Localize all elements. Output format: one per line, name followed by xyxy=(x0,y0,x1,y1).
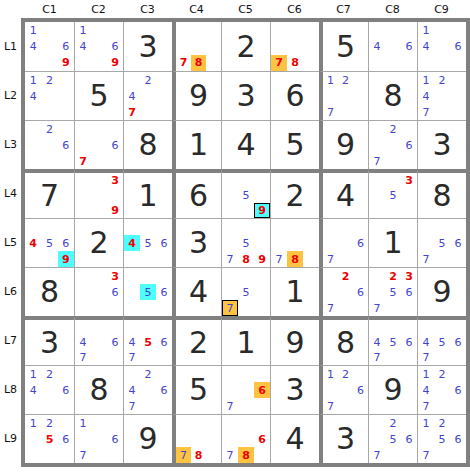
candidate-4: 4 xyxy=(25,235,41,251)
candidate-empty xyxy=(353,366,368,382)
candidate-empty xyxy=(140,320,156,335)
cell-L8C3[interactable]: 2467 xyxy=(123,365,172,414)
candidate-empty xyxy=(140,88,156,104)
cell-L5C5[interactable]: 5789 xyxy=(221,218,270,267)
row-labels: L1L2L3L4L5L6L7L8L9 xyxy=(0,18,21,467)
candidate-4: 4 xyxy=(418,38,434,54)
cell-L7C1[interactable]: 3 xyxy=(25,316,74,365)
candidate-grid: 23567 xyxy=(369,268,417,316)
cell-value: 3 xyxy=(189,228,208,258)
candidate-empty xyxy=(25,137,41,153)
column-label-C4: C4 xyxy=(172,3,221,16)
cell-L2C1[interactable]: 124 xyxy=(25,71,74,120)
cell-L4C4[interactable]: 6 xyxy=(172,169,221,218)
cell-L5C3[interactable]: 456 xyxy=(123,218,172,267)
candidate-empty xyxy=(450,88,466,104)
candidate-empty xyxy=(254,447,270,463)
candidate-6: 6 xyxy=(156,335,172,350)
cell-value: 3 xyxy=(336,424,355,454)
cell-value: 3 xyxy=(285,375,304,405)
candidate-6: 6 xyxy=(353,235,368,251)
candidate-grid: 4569 xyxy=(25,219,74,267)
cell-L4C3[interactable]: 1 xyxy=(123,169,172,218)
candidate-empty xyxy=(41,38,57,54)
cell-L2C6[interactable]: 6 xyxy=(270,71,319,120)
cell-L7C2[interactable]: 467 xyxy=(74,316,123,365)
candidate-2: 2 xyxy=(41,415,57,431)
cell-L8C9[interactable]: 12467 xyxy=(417,365,466,414)
cell-value: 9 xyxy=(432,277,451,307)
candidate-empty xyxy=(254,219,270,235)
candidate-empty xyxy=(450,104,466,120)
cell-L4C2[interactable]: 39 xyxy=(74,169,123,218)
candidate-empty xyxy=(303,235,319,251)
candidate-empty xyxy=(287,235,303,251)
cell-value: 6 xyxy=(189,181,208,211)
candidate-grid: 1267 xyxy=(323,366,368,414)
candidate-empty xyxy=(271,219,287,235)
candidate-empty xyxy=(124,284,140,300)
candidate-empty xyxy=(222,219,238,235)
candidate-empty xyxy=(338,398,353,414)
candidate-empty xyxy=(434,55,450,71)
candidate-7: 7 xyxy=(418,398,434,414)
cell-value: 1 xyxy=(236,328,255,358)
cell-L7C3[interactable]: 4567 xyxy=(123,316,172,365)
candidate-empty xyxy=(25,431,41,447)
candidate-empty xyxy=(238,300,254,316)
cell-value: 4 xyxy=(285,424,304,454)
cell-L1C9[interactable]: 146 xyxy=(417,22,466,71)
candidate-7: 7 xyxy=(323,251,338,267)
cell-L3C9[interactable]: 3 xyxy=(417,120,466,169)
cell-L5C4[interactable]: 3 xyxy=(172,218,221,267)
cell-value: 5 xyxy=(89,81,108,111)
candidate-empty xyxy=(303,22,319,38)
candidate-1: 1 xyxy=(75,22,91,38)
candidate-empty xyxy=(75,55,91,71)
candidate-empty xyxy=(156,320,172,335)
candidate-empty xyxy=(353,268,368,284)
cell-L6C8[interactable]: 23567 xyxy=(368,267,417,316)
cell-L6C5[interactable]: 57 xyxy=(221,267,270,316)
candidate-empty xyxy=(25,55,41,71)
cell-L2C4[interactable]: 9 xyxy=(172,71,221,120)
candidate-empty xyxy=(353,104,368,120)
candidate-empty xyxy=(369,203,385,218)
cell-L5C6[interactable]: 78 xyxy=(270,218,319,267)
candidate-empty xyxy=(238,398,254,414)
candidate-6: 6 xyxy=(450,235,466,251)
candidate-grid: 1247 xyxy=(418,72,466,120)
cell-L8C7[interactable]: 1267 xyxy=(319,365,368,414)
candidate-empty xyxy=(58,88,74,104)
column-label-C9: C9 xyxy=(417,3,466,16)
candidate-empty xyxy=(222,235,238,251)
candidate-4: 4 xyxy=(418,335,434,350)
cell-L4C7[interactable]: 4 xyxy=(319,169,368,218)
candidate-empty xyxy=(191,415,206,431)
candidate-9: 9 xyxy=(58,251,74,267)
candidate-1: 1 xyxy=(323,366,338,382)
candidate-empty xyxy=(58,398,74,414)
cell-L9C1[interactable]: 1256 xyxy=(25,414,74,463)
candidate-empty xyxy=(450,22,466,38)
cell-value: 8 xyxy=(138,130,157,160)
cell-L5C9[interactable]: 567 xyxy=(417,218,466,267)
candidate-empty xyxy=(254,235,270,251)
candidate-empty xyxy=(254,366,270,382)
cell-L2C9[interactable]: 1247 xyxy=(417,71,466,120)
candidate-empty xyxy=(75,121,91,137)
candidate-grid: 1256 xyxy=(25,415,74,463)
candidate-empty xyxy=(369,415,385,431)
candidate-5: 5 xyxy=(140,284,156,300)
cell-L9C3[interactable]: 9 xyxy=(123,414,172,463)
cell-L6C3[interactable]: 56 xyxy=(123,267,172,316)
candidate-5: 5 xyxy=(140,335,156,350)
row-label-L6: L6 xyxy=(4,267,17,316)
cell-L3C7[interactable]: 9 xyxy=(319,120,368,169)
candidate-empty xyxy=(222,382,238,398)
corner-spacer xyxy=(0,0,21,18)
candidate-4: 4 xyxy=(418,88,434,104)
candidate-empty xyxy=(287,38,303,54)
candidate-empty xyxy=(140,300,156,316)
candidate-empty xyxy=(75,203,91,218)
candidate-7: 7 xyxy=(323,300,338,316)
candidate-empty xyxy=(338,251,353,267)
candidate-4: 4 xyxy=(75,38,91,54)
cell-L8C1[interactable]: 1246 xyxy=(25,365,74,414)
candidate-empty xyxy=(206,447,221,463)
cell-value: 2 xyxy=(89,228,108,258)
candidate-empty xyxy=(176,415,191,431)
cell-L3C6[interactable]: 5 xyxy=(270,120,319,169)
candidate-grid: 4567 xyxy=(369,320,417,365)
candidate-empty xyxy=(124,320,140,335)
cell-value: 2 xyxy=(285,181,304,211)
candidate-empty xyxy=(271,235,287,251)
candidate-empty xyxy=(238,415,254,431)
cell-L9C4[interactable]: 78 xyxy=(172,414,221,463)
candidate-empty xyxy=(107,320,123,335)
cell-value: 9 xyxy=(285,328,304,358)
candidate-6: 6 xyxy=(254,382,270,398)
cell-L5C8[interactable]: 1 xyxy=(368,218,417,267)
cell-value: 1 xyxy=(285,277,304,307)
candidate-empty xyxy=(353,88,368,104)
candidate-empty xyxy=(91,284,107,300)
cell-L4C8[interactable]: 35 xyxy=(368,169,417,218)
cell-L9C8[interactable]: 2567 xyxy=(368,414,417,463)
cell-L9C6[interactable]: 4 xyxy=(270,414,319,463)
cell-L3C8[interactable]: 267 xyxy=(368,120,417,169)
candidate-empty xyxy=(323,235,338,251)
cell-L8C6[interactable]: 3 xyxy=(270,365,319,414)
candidate-empty xyxy=(353,219,368,235)
cell-L2C8[interactable]: 8 xyxy=(368,71,417,120)
cell-L7C7[interactable]: 8 xyxy=(319,316,368,365)
sudoku-app: C1C2C3C4C5C6C7C8C9 L1L2L3L4L5L6L7L8L9 14… xyxy=(0,0,470,467)
candidate-empty xyxy=(401,188,417,203)
candidate-empty xyxy=(124,366,140,382)
candidate-empty xyxy=(124,251,140,267)
cell-value: 5 xyxy=(336,32,355,62)
cell-L8C4[interactable]: 5 xyxy=(172,365,221,414)
candidate-2: 2 xyxy=(385,268,401,284)
candidate-empty xyxy=(222,431,238,447)
candidate-empty xyxy=(338,300,353,316)
candidate-empty xyxy=(75,431,91,447)
candidate-grid: 56 xyxy=(124,268,172,316)
candidate-empty xyxy=(434,447,450,463)
candidate-grid: 2567 xyxy=(369,415,417,463)
candidate-empty xyxy=(140,268,156,284)
cell-L1C2[interactable]: 1469 xyxy=(74,22,123,71)
candidate-2: 2 xyxy=(338,366,353,382)
column-label-C5: C5 xyxy=(221,3,270,16)
candidate-empty xyxy=(303,55,319,71)
cell-L6C6[interactable]: 1 xyxy=(270,267,319,316)
cell-L4C6[interactable]: 2 xyxy=(270,169,319,218)
candidate-grid: 1246 xyxy=(25,366,74,414)
candidate-2: 2 xyxy=(140,72,156,88)
candidate-empty xyxy=(206,55,221,71)
cell-L1C7[interactable]: 5 xyxy=(319,22,368,71)
column-label-C2: C2 xyxy=(74,3,123,16)
cell-L3C4[interactable]: 1 xyxy=(172,120,221,169)
candidate-empty xyxy=(91,153,107,169)
candidate-empty xyxy=(450,55,466,71)
candidate-empty xyxy=(124,300,140,316)
candidate-1: 1 xyxy=(25,366,41,382)
candidate-5: 5 xyxy=(238,284,254,300)
candidate-7: 7 xyxy=(75,350,91,365)
row-label-L3: L3 xyxy=(4,120,17,169)
candidate-empty xyxy=(222,415,238,431)
candidate-empty xyxy=(91,431,107,447)
cell-value: 8 xyxy=(89,375,108,405)
cell-L6C1[interactable]: 8 xyxy=(25,267,74,316)
cell-L1C8[interactable]: 46 xyxy=(368,22,417,71)
candidate-empty xyxy=(238,268,254,284)
candidate-2: 2 xyxy=(338,72,353,88)
candidate-empty xyxy=(238,366,254,382)
cell-L7C5[interactable]: 1 xyxy=(221,316,270,365)
candidate-empty xyxy=(434,22,450,38)
candidate-6: 6 xyxy=(450,431,466,447)
candidate-empty xyxy=(156,300,172,316)
candidate-empty xyxy=(369,320,385,335)
candidate-empty xyxy=(254,268,270,284)
cell-value: 9 xyxy=(189,81,208,111)
candidate-grid: 567 xyxy=(418,219,466,267)
cell-value: 7 xyxy=(40,181,59,211)
cell-L8C2[interactable]: 8 xyxy=(74,365,123,414)
cell-L2C7[interactable]: 127 xyxy=(319,71,368,120)
candidate-3: 3 xyxy=(107,173,123,188)
cell-L5C7[interactable]: 67 xyxy=(319,218,368,267)
candidate-1: 1 xyxy=(418,72,434,88)
candidate-4: 4 xyxy=(369,38,385,54)
sudoku-board: 1469146937827854614612452479361278124726… xyxy=(21,18,470,467)
candidate-5: 5 xyxy=(434,431,450,447)
candidate-empty xyxy=(206,38,221,54)
cell-L6C9[interactable]: 9 xyxy=(417,267,466,316)
cell-L4C9[interactable]: 8 xyxy=(417,169,466,218)
candidate-empty xyxy=(323,268,338,284)
cell-L1C3[interactable]: 3 xyxy=(123,22,172,71)
candidate-empty xyxy=(91,268,107,284)
cell-L7C8[interactable]: 4567 xyxy=(368,316,417,365)
cell-L9C2[interactable]: 167 xyxy=(74,414,123,463)
candidate-empty xyxy=(191,38,206,54)
cell-L6C4[interactable]: 4 xyxy=(172,267,221,316)
candidate-empty xyxy=(450,350,466,365)
candidate-4: 4 xyxy=(25,382,41,398)
cell-value: 8 xyxy=(336,328,355,358)
candidate-2: 2 xyxy=(385,415,401,431)
cell-value: 1 xyxy=(383,228,402,258)
cell-L1C6[interactable]: 78 xyxy=(270,22,319,71)
candidate-empty xyxy=(222,284,238,300)
candidate-8: 8 xyxy=(238,447,254,463)
candidate-4: 4 xyxy=(124,335,140,350)
candidate-7: 7 xyxy=(75,447,91,463)
candidate-6: 6 xyxy=(58,431,74,447)
cell-L2C5[interactable]: 3 xyxy=(221,71,270,120)
candidate-6: 6 xyxy=(401,137,417,153)
candidate-empty xyxy=(124,219,140,235)
candidate-empty xyxy=(338,382,353,398)
candidate-grid: 146 xyxy=(418,22,466,71)
candidate-empty xyxy=(156,251,172,267)
candidate-empty xyxy=(41,251,57,267)
candidate-grid: 36 xyxy=(75,268,123,316)
candidate-5: 5 xyxy=(434,235,450,251)
candidate-6: 6 xyxy=(58,235,74,251)
cell-L5C2[interactable]: 2 xyxy=(74,218,123,267)
candidate-1: 1 xyxy=(25,415,41,431)
cell-L6C7[interactable]: 267 xyxy=(319,267,368,316)
candidate-6: 6 xyxy=(401,335,417,350)
cell-L1C5[interactable]: 2 xyxy=(221,22,270,71)
candidate-1: 1 xyxy=(75,415,91,431)
cell-L3C5[interactable]: 4 xyxy=(221,120,270,169)
cell-L7C6[interactable]: 9 xyxy=(270,316,319,365)
cell-value: 6 xyxy=(285,81,304,111)
candidate-empty xyxy=(176,22,191,38)
candidate-empty xyxy=(156,219,172,235)
cell-L6C2[interactable]: 36 xyxy=(74,267,123,316)
candidate-empty xyxy=(303,38,319,54)
candidate-grid: 12467 xyxy=(418,366,466,414)
cell-value: 3 xyxy=(432,130,451,160)
candidate-5: 5 xyxy=(385,188,401,203)
candidate-empty xyxy=(450,415,466,431)
cell-value: 4 xyxy=(236,130,255,160)
candidate-empty xyxy=(206,22,221,38)
cell-L3C1[interactable]: 26 xyxy=(25,120,74,169)
cell-L4C5[interactable]: 59 xyxy=(221,169,270,218)
cell-L8C5[interactable]: 67 xyxy=(221,365,270,414)
candidate-6: 6 xyxy=(156,235,172,251)
candidate-empty xyxy=(434,382,450,398)
candidate-grid: 267 xyxy=(323,268,368,316)
candidate-9: 9 xyxy=(254,203,270,218)
cell-L2C3[interactable]: 247 xyxy=(123,71,172,120)
candidate-empty xyxy=(41,219,57,235)
candidate-empty xyxy=(222,203,238,218)
candidate-grid: 167 xyxy=(75,415,123,463)
candidate-7: 7 xyxy=(369,153,385,169)
candidate-grid: 78 xyxy=(271,22,319,71)
cell-L3C2[interactable]: 67 xyxy=(74,120,123,169)
cell-L4C1[interactable]: 7 xyxy=(25,169,74,218)
cell-L1C4[interactable]: 78 xyxy=(172,22,221,71)
candidate-empty xyxy=(58,121,74,137)
cell-L3C3[interactable]: 8 xyxy=(123,120,172,169)
candidate-2: 2 xyxy=(140,366,156,382)
candidate-empty xyxy=(385,173,401,188)
candidate-empty xyxy=(434,219,450,235)
candidate-empty xyxy=(140,251,156,267)
candidate-grid: 26 xyxy=(25,121,74,169)
candidate-empty xyxy=(191,22,206,38)
candidate-6: 6 xyxy=(353,284,368,300)
cell-value: 9 xyxy=(138,424,157,454)
candidate-1: 1 xyxy=(418,366,434,382)
candidate-empty xyxy=(323,382,338,398)
cell-L9C9[interactable]: 12567 xyxy=(417,414,466,463)
cell-L9C7[interactable]: 3 xyxy=(319,414,368,463)
candidate-empty xyxy=(41,88,57,104)
candidate-grid: 57 xyxy=(222,268,270,316)
candidate-2: 2 xyxy=(434,72,450,88)
candidate-empty xyxy=(25,398,41,414)
candidate-empty xyxy=(191,431,206,447)
candidate-empty xyxy=(238,203,254,218)
candidate-empty xyxy=(303,219,319,235)
cell-L5C1[interactable]: 4569 xyxy=(25,218,74,267)
candidate-empty xyxy=(303,251,319,267)
cell-L7C4[interactable]: 2 xyxy=(172,316,221,365)
cell-L9C5[interactable]: 678 xyxy=(221,414,270,463)
cell-value: 8 xyxy=(40,277,59,307)
candidate-8: 8 xyxy=(287,55,303,71)
cell-L1C1[interactable]: 1469 xyxy=(25,22,74,71)
candidate-empty xyxy=(369,431,385,447)
candidate-empty xyxy=(338,235,353,251)
candidate-7: 7 xyxy=(418,350,434,365)
candidate-6: 6 xyxy=(58,382,74,398)
candidate-grid: 678 xyxy=(222,415,270,463)
candidate-empty xyxy=(58,366,74,382)
candidate-7: 7 xyxy=(222,398,238,414)
cell-L2C2[interactable]: 5 xyxy=(74,71,123,120)
candidate-7: 7 xyxy=(124,398,140,414)
candidate-empty xyxy=(156,104,172,120)
cell-L7C9[interactable]: 4567 xyxy=(417,316,466,365)
candidate-empty xyxy=(41,104,57,120)
candidate-empty xyxy=(434,320,450,335)
candidate-empty xyxy=(91,335,107,350)
candidate-7: 7 xyxy=(222,447,238,463)
cell-L8C8[interactable]: 9 xyxy=(368,365,417,414)
candidate-empty xyxy=(353,300,368,316)
candidate-empty xyxy=(434,38,450,54)
